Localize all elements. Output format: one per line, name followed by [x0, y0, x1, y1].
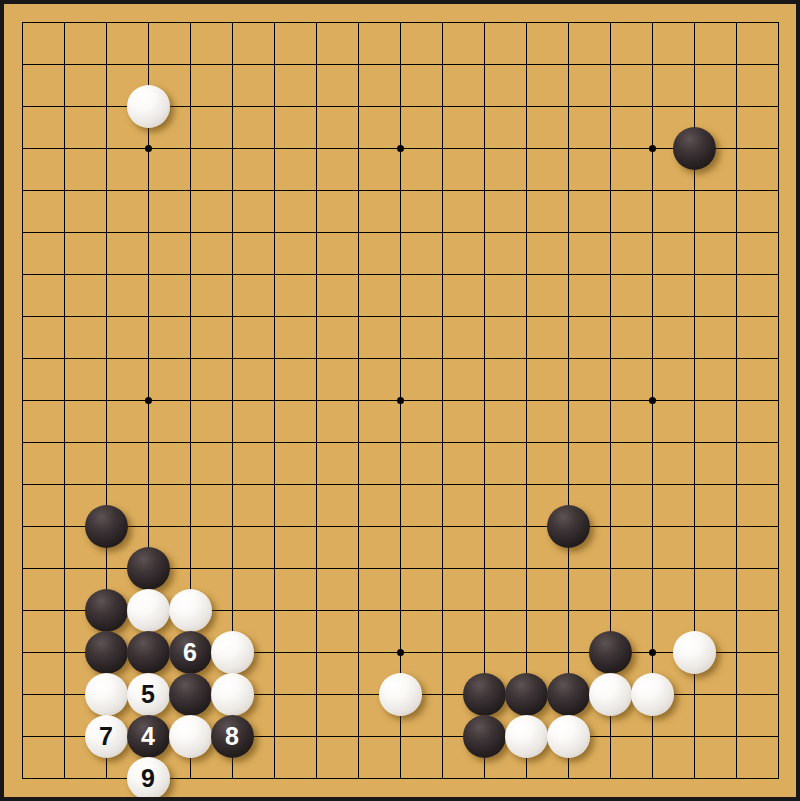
star-point	[145, 145, 152, 152]
white-stone[interactable]	[379, 673, 422, 716]
black-stone[interactable]	[127, 547, 170, 590]
move-number-label: 7	[99, 724, 113, 749]
white-stone[interactable]	[169, 715, 212, 758]
move-number-label: 6	[183, 640, 197, 665]
black-stone[interactable]	[85, 589, 128, 632]
star-point	[145, 397, 152, 404]
white-stone[interactable]	[85, 673, 128, 716]
black-stone[interactable]	[463, 715, 506, 758]
black-stone[interactable]: 4	[127, 715, 170, 758]
star-point	[649, 649, 656, 656]
move-number-label: 5	[141, 682, 155, 707]
star-point	[649, 397, 656, 404]
move-number-label: 4	[141, 724, 155, 749]
black-stone[interactable]: 8	[211, 715, 254, 758]
white-stone[interactable]	[631, 673, 674, 716]
black-stone[interactable]	[589, 631, 632, 674]
black-stone[interactable]	[505, 673, 548, 716]
move-number-label: 8	[225, 724, 239, 749]
white-stone[interactable]	[589, 673, 632, 716]
white-stone[interactable]	[211, 631, 254, 674]
black-stone[interactable]	[547, 505, 590, 548]
black-stone[interactable]	[547, 673, 590, 716]
star-point	[397, 145, 404, 152]
star-point	[397, 397, 404, 404]
white-stone[interactable]	[127, 589, 170, 632]
go-board[interactable]: 657489	[0, 0, 800, 801]
white-stone[interactable]	[673, 631, 716, 674]
move-number-label: 9	[141, 766, 155, 791]
black-stone[interactable]	[85, 631, 128, 674]
star-point	[649, 145, 656, 152]
white-stone[interactable]	[211, 673, 254, 716]
white-stone[interactable]	[169, 589, 212, 632]
white-stone[interactable]	[547, 715, 590, 758]
white-stone[interactable]: 9	[127, 757, 170, 800]
black-stone[interactable]	[85, 505, 128, 548]
black-stone[interactable]	[673, 127, 716, 170]
white-stone[interactable]: 5	[127, 673, 170, 716]
black-stone[interactable]	[169, 673, 212, 716]
black-stone[interactable]	[463, 673, 506, 716]
black-stone[interactable]	[127, 631, 170, 674]
white-stone[interactable]: 7	[85, 715, 128, 758]
black-stone[interactable]: 6	[169, 631, 212, 674]
star-point	[397, 649, 404, 656]
white-stone[interactable]	[505, 715, 548, 758]
white-stone[interactable]	[127, 85, 170, 128]
